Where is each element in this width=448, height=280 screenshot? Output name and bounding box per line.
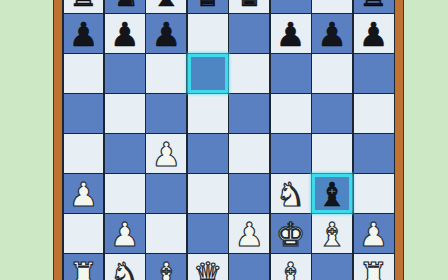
white-pawn[interactable]: ♟ <box>152 138 182 171</box>
black-queen[interactable]: ♛ <box>193 0 223 11</box>
square-e4[interactable] <box>229 134 269 173</box>
square-a8[interactable]: ♜ <box>64 0 104 13</box>
square-c7[interactable]: ♟ <box>146 14 186 53</box>
square-f2[interactable]: ♚ <box>271 214 311 253</box>
black-pawn[interactable]: ♟ <box>317 18 347 51</box>
square-a7[interactable]: ♟ <box>64 14 104 53</box>
square-c8[interactable]: ♝ <box>146 0 186 13</box>
square-d6[interactable] <box>188 54 228 93</box>
square-c3[interactable] <box>146 174 186 213</box>
square-e3[interactable] <box>229 174 269 213</box>
square-b3[interactable] <box>105 174 145 213</box>
square-d3[interactable] <box>188 174 228 213</box>
square-f5[interactable] <box>271 94 311 133</box>
square-a4[interactable] <box>64 134 104 173</box>
white-pawn[interactable]: ♟ <box>359 218 389 251</box>
square-b1[interactable]: ♞ <box>105 254 145 280</box>
square-d2[interactable] <box>188 214 228 253</box>
square-c1[interactable]: ♝ <box>146 254 186 280</box>
square-h7[interactable]: ♟ <box>354 14 394 53</box>
square-e7[interactable] <box>229 14 269 53</box>
white-bishop[interactable]: ♝ <box>152 258 182 280</box>
black-pawn[interactable]: ♟ <box>152 18 182 51</box>
black-bishop[interactable]: ♝ <box>317 178 347 211</box>
square-a3[interactable]: ♟ <box>64 174 104 213</box>
white-pawn[interactable]: ♟ <box>110 218 140 251</box>
square-a2[interactable] <box>64 214 104 253</box>
white-pawn[interactable]: ♟ <box>69 178 99 211</box>
square-g7[interactable]: ♟ <box>312 14 352 53</box>
square-h2[interactable]: ♟ <box>354 214 394 253</box>
white-king[interactable]: ♚ <box>276 218 306 251</box>
square-h3[interactable] <box>354 174 394 213</box>
square-c5[interactable] <box>146 94 186 133</box>
square-f3[interactable]: ♞ <box>271 174 311 213</box>
white-rook[interactable]: ♜ <box>69 258 99 280</box>
square-d7[interactable] <box>188 14 228 53</box>
black-pawn[interactable]: ♟ <box>110 18 140 51</box>
square-d4[interactable] <box>188 134 228 173</box>
square-b7[interactable]: ♟ <box>105 14 145 53</box>
black-bishop[interactable]: ♝ <box>152 0 182 11</box>
white-rook[interactable]: ♜ <box>359 258 389 280</box>
square-f8[interactable] <box>271 0 311 13</box>
white-bishop[interactable]: ♝ <box>276 258 306 280</box>
square-h5[interactable] <box>354 94 394 133</box>
square-h1[interactable]: ♜ <box>354 254 394 280</box>
board-grid: ♜♞♝♛♚♜♟♟♟♟♟♟♟♟♞♝♟♟♚♝♟♜♞♝♛♝♜ <box>64 0 394 280</box>
square-f4[interactable] <box>271 134 311 173</box>
square-b6[interactable] <box>105 54 145 93</box>
square-a6[interactable] <box>64 54 104 93</box>
white-knight[interactable]: ♞ <box>110 258 140 280</box>
white-queen[interactable]: ♛ <box>193 258 223 280</box>
white-bishop[interactable]: ♝ <box>317 218 347 251</box>
black-knight[interactable]: ♞ <box>110 0 140 11</box>
square-a1[interactable]: ♜ <box>64 254 104 280</box>
square-b4[interactable] <box>105 134 145 173</box>
square-e2[interactable]: ♟ <box>229 214 269 253</box>
square-h8[interactable]: ♜ <box>354 0 394 13</box>
black-rook[interactable]: ♜ <box>69 0 99 11</box>
square-g8[interactable] <box>312 0 352 13</box>
square-f6[interactable] <box>271 54 311 93</box>
square-d1[interactable]: ♛ <box>188 254 228 280</box>
square-c2[interactable] <box>146 214 186 253</box>
black-king[interactable]: ♚ <box>234 0 264 11</box>
square-b8[interactable]: ♞ <box>105 0 145 13</box>
square-d5[interactable] <box>188 94 228 133</box>
square-e5[interactable] <box>229 94 269 133</box>
square-g1[interactable] <box>312 254 352 280</box>
black-pawn[interactable]: ♟ <box>69 18 99 51</box>
square-g6[interactable] <box>312 54 352 93</box>
square-f7[interactable]: ♟ <box>271 14 311 53</box>
square-a5[interactable] <box>64 94 104 133</box>
square-e6[interactable] <box>229 54 269 93</box>
square-c6[interactable] <box>146 54 186 93</box>
white-knight[interactable]: ♞ <box>276 178 306 211</box>
black-rook[interactable]: ♜ <box>359 0 389 11</box>
square-e1[interactable] <box>229 254 269 280</box>
square-b5[interactable] <box>105 94 145 133</box>
square-b2[interactable]: ♟ <box>105 214 145 253</box>
square-h6[interactable] <box>354 54 394 93</box>
square-c4[interactable]: ♟ <box>146 134 186 173</box>
chess-board: ♜♞♝♛♚♜♟♟♟♟♟♟♟♟♞♝♟♟♚♝♟♜♞♝♛♝♜ <box>62 0 395 280</box>
square-g2[interactable]: ♝ <box>312 214 352 253</box>
black-pawn[interactable]: ♟ <box>276 18 306 51</box>
black-pawn[interactable]: ♟ <box>359 18 389 51</box>
square-d8[interactable]: ♛ <box>188 0 228 13</box>
square-f1[interactable]: ♝ <box>271 254 311 280</box>
square-g5[interactable] <box>312 94 352 133</box>
square-h4[interactable] <box>354 134 394 173</box>
square-g4[interactable] <box>312 134 352 173</box>
white-pawn[interactable]: ♟ <box>234 218 264 251</box>
square-e8[interactable]: ♚ <box>229 0 269 13</box>
square-g3[interactable]: ♝ <box>312 174 352 213</box>
app-background: ♜♞♝♛♚♜♟♟♟♟♟♟♟♟♞♝♟♟♚♝♟♜♞♝♛♝♜ <box>0 0 448 280</box>
